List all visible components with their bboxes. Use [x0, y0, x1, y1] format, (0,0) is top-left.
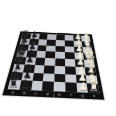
square — [65, 82, 77, 92]
square: ♝ — [85, 67, 96, 75]
square: ♟ — [26, 51, 37, 58]
chess-board: ♜♟♟♜♞♟♟♞♝♟♟♝♚♟♟♚♛♟♟♛♝♟♟♝♞♟♟♞♜♟♟♜ abcdefg… — [2, 31, 104, 99]
square: ♟ — [19, 81, 32, 91]
product-photo: ♜♟♟♜♞♟♟♞♝♟♟♝♚♟♟♚♛♟♟♛♝♟♟♝♞♟♟♞♜♟♟♜ abcdefg… — [0, 0, 116, 116]
square — [54, 82, 66, 92]
square: ♜ — [87, 83, 100, 93]
square: ♟ — [76, 83, 88, 93]
file-label: h — [88, 93, 101, 100]
square — [55, 58, 65, 66]
board-perspective-wrapper: ♜♟♟♜♞♟♟♞♝♟♟♝♚♟♟♚♛♟♟♛♝♟♟♝♞♟♟♞♜♟♟♜ abcdefg… — [11, 14, 99, 105]
file-label: g — [77, 92, 89, 99]
square — [31, 81, 43, 91]
square — [65, 74, 76, 83]
file-label: e — [53, 91, 65, 98]
square: ♟ — [75, 67, 86, 75]
square — [65, 66, 76, 74]
file-label: c — [30, 90, 42, 97]
file-label: b — [18, 90, 31, 97]
square — [36, 51, 46, 58]
file-label: f — [65, 92, 77, 99]
